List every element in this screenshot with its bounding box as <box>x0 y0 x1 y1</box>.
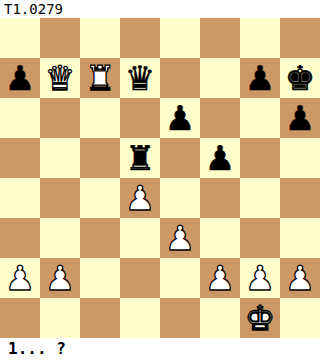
square-b6[interactable] <box>40 98 80 138</box>
square-a7[interactable]: ♟ <box>0 58 40 98</box>
white-pawn[interactable]: ♟ <box>125 178 155 218</box>
square-f2[interactable]: ♟ <box>200 258 240 298</box>
chess-board: ♟♛♜♛♟♚♟♟♜♟♟♟♟♟♟♟♟♚ <box>0 18 320 338</box>
square-f7[interactable] <box>200 58 240 98</box>
white-king[interactable]: ♚ <box>245 298 275 338</box>
square-c3[interactable] <box>80 218 120 258</box>
white-pawn[interactable]: ♟ <box>245 258 275 298</box>
black-pawn[interactable]: ♟ <box>245 58 275 98</box>
square-g5[interactable] <box>240 138 280 178</box>
square-a4[interactable] <box>0 178 40 218</box>
square-b5[interactable] <box>40 138 80 178</box>
white-pawn[interactable]: ♟ <box>5 258 35 298</box>
square-h6[interactable]: ♟ <box>280 98 320 138</box>
square-d6[interactable] <box>120 98 160 138</box>
square-h3[interactable] <box>280 218 320 258</box>
square-b8[interactable] <box>40 18 80 58</box>
chess-puzzle-window: T1.0279 ♟♛♜♛♟♚♟♟♜♟♟♟♟♟♟♟♟♚ 1... ? <box>0 0 320 360</box>
square-e1[interactable] <box>160 298 200 338</box>
square-b4[interactable] <box>40 178 80 218</box>
puzzle-id-label: T1.0279 <box>0 0 320 18</box>
white-queen[interactable]: ♛ <box>45 58 75 98</box>
square-f1[interactable] <box>200 298 240 338</box>
square-c1[interactable] <box>80 298 120 338</box>
square-e6[interactable]: ♟ <box>160 98 200 138</box>
square-c2[interactable] <box>80 258 120 298</box>
white-pawn[interactable]: ♟ <box>205 258 235 298</box>
square-c5[interactable] <box>80 138 120 178</box>
square-h1[interactable] <box>280 298 320 338</box>
square-b7[interactable]: ♛ <box>40 58 80 98</box>
white-pawn[interactable]: ♟ <box>165 218 195 258</box>
square-a1[interactable] <box>0 298 40 338</box>
square-h2[interactable]: ♟ <box>280 258 320 298</box>
black-queen[interactable]: ♛ <box>125 58 155 98</box>
square-h5[interactable] <box>280 138 320 178</box>
white-rook[interactable]: ♜ <box>85 58 115 98</box>
square-g6[interactable] <box>240 98 280 138</box>
square-g4[interactable] <box>240 178 280 218</box>
square-c6[interactable] <box>80 98 120 138</box>
square-f3[interactable] <box>200 218 240 258</box>
move-prompt-label: 1... ? <box>0 338 320 360</box>
square-e3[interactable]: ♟ <box>160 218 200 258</box>
square-d4[interactable]: ♟ <box>120 178 160 218</box>
black-king[interactable]: ♚ <box>285 58 315 98</box>
square-g8[interactable] <box>240 18 280 58</box>
black-pawn[interactable]: ♟ <box>205 138 235 178</box>
square-a6[interactable] <box>0 98 40 138</box>
square-g1[interactable]: ♚ <box>240 298 280 338</box>
square-f5[interactable]: ♟ <box>200 138 240 178</box>
square-c4[interactable] <box>80 178 120 218</box>
square-d2[interactable] <box>120 258 160 298</box>
square-d1[interactable] <box>120 298 160 338</box>
square-d3[interactable] <box>120 218 160 258</box>
square-f8[interactable] <box>200 18 240 58</box>
square-f6[interactable] <box>200 98 240 138</box>
square-e4[interactable] <box>160 178 200 218</box>
square-d7[interactable]: ♛ <box>120 58 160 98</box>
square-f4[interactable] <box>200 178 240 218</box>
square-b3[interactable] <box>40 218 80 258</box>
square-d8[interactable] <box>120 18 160 58</box>
square-h8[interactable] <box>280 18 320 58</box>
square-g2[interactable]: ♟ <box>240 258 280 298</box>
square-e8[interactable] <box>160 18 200 58</box>
white-pawn[interactable]: ♟ <box>45 258 75 298</box>
square-a2[interactable]: ♟ <box>0 258 40 298</box>
square-a5[interactable] <box>0 138 40 178</box>
square-g7[interactable]: ♟ <box>240 58 280 98</box>
black-rook[interactable]: ♜ <box>125 138 155 178</box>
black-pawn[interactable]: ♟ <box>165 98 195 138</box>
square-c8[interactable] <box>80 18 120 58</box>
square-e2[interactable] <box>160 258 200 298</box>
square-e5[interactable] <box>160 138 200 178</box>
white-pawn[interactable]: ♟ <box>285 258 315 298</box>
square-c7[interactable]: ♜ <box>80 58 120 98</box>
black-pawn[interactable]: ♟ <box>285 98 315 138</box>
square-d5[interactable]: ♜ <box>120 138 160 178</box>
square-h7[interactable]: ♚ <box>280 58 320 98</box>
square-a8[interactable] <box>0 18 40 58</box>
square-b1[interactable] <box>40 298 80 338</box>
square-h4[interactable] <box>280 178 320 218</box>
square-g3[interactable] <box>240 218 280 258</box>
black-pawn[interactable]: ♟ <box>5 58 35 98</box>
square-b2[interactable]: ♟ <box>40 258 80 298</box>
square-e7[interactable] <box>160 58 200 98</box>
square-a3[interactable] <box>0 218 40 258</box>
